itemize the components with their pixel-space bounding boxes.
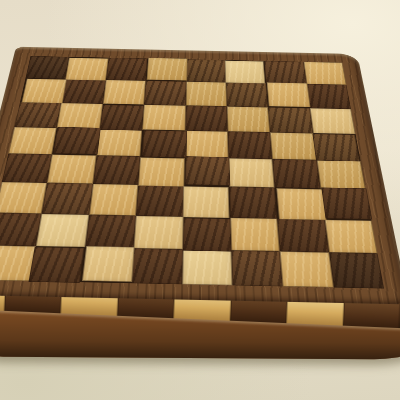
board-grid: [0, 56, 384, 289]
square-c1: [82, 246, 135, 282]
photo-scene: [0, 0, 400, 400]
square-f1: [231, 250, 283, 286]
square-h7: [306, 84, 351, 109]
board-group: [0, 0, 400, 400]
square-a4: [2, 154, 53, 183]
square-b8: [65, 58, 108, 81]
square-a5: [8, 127, 57, 155]
square-b5: [53, 127, 100, 155]
square-c4: [93, 155, 141, 184]
square-a8: [25, 56, 69, 79]
square-e6: [185, 105, 228, 131]
square-h5: [312, 134, 360, 162]
square-e5: [184, 130, 228, 158]
board-frame: [0, 47, 400, 305]
square-g2: [277, 218, 328, 252]
square-a2: [0, 212, 42, 246]
square-g6: [268, 107, 313, 133]
square-b4: [47, 154, 96, 183]
square-c3: [89, 184, 138, 215]
square-a6: [14, 102, 61, 128]
square-d7: [144, 81, 186, 106]
square-e2: [182, 218, 231, 252]
square-h4: [316, 160, 365, 190]
square-g4: [272, 159, 320, 189]
square-d1: [131, 248, 182, 284]
square-g8: [264, 61, 306, 84]
square-a7: [22, 79, 67, 103]
square-e4: [185, 156, 230, 185]
chessboard: [0, 47, 400, 305]
square-g1: [280, 251, 333, 287]
square-c5: [96, 129, 142, 157]
square-g3: [277, 188, 327, 220]
square-d8: [147, 58, 188, 81]
square-g7: [267, 82, 310, 107]
square-c8: [106, 58, 148, 81]
square-b2: [36, 213, 89, 247]
square-d5: [142, 130, 187, 158]
square-e3: [182, 186, 229, 218]
square-b3: [42, 183, 93, 214]
square-d6: [142, 104, 185, 130]
square-a3: [0, 182, 47, 213]
square-f4: [228, 158, 274, 188]
square-h2: [324, 219, 377, 253]
square-f5: [228, 131, 273, 159]
square-h6: [310, 108, 356, 134]
square-h1: [329, 252, 384, 288]
square-c2: [85, 214, 136, 248]
square-d4: [138, 157, 184, 187]
square-h8: [303, 62, 346, 85]
square-b6: [57, 103, 103, 129]
square-d2: [134, 215, 183, 249]
square-e8: [186, 59, 226, 82]
square-f2: [230, 217, 280, 251]
square-b7: [61, 79, 105, 103]
square-c7: [103, 80, 146, 104]
square-g5: [270, 132, 316, 160]
square-h3: [321, 188, 372, 220]
square-e7: [185, 82, 226, 107]
square-b1: [29, 247, 84, 283]
square-f7: [226, 82, 268, 107]
square-f3: [229, 187, 277, 219]
square-e1: [182, 249, 233, 285]
square-f8: [225, 60, 266, 83]
square-c6: [100, 104, 145, 130]
square-f6: [227, 106, 270, 132]
square-d3: [136, 185, 184, 217]
